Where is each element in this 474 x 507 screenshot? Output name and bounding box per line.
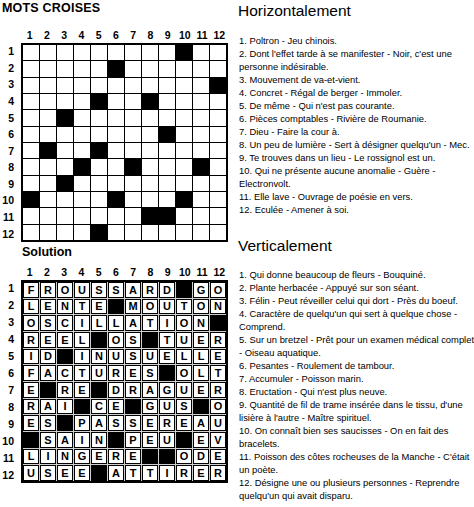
puzzle-cell-r7c12 [210, 143, 226, 158]
solution-cell-r1c3: O [57, 282, 73, 298]
solution-cell-r6c10: O [176, 365, 192, 381]
solution-cell-r8c1: R [23, 399, 39, 415]
solution-cell-r8c4 [74, 399, 90, 415]
down-clue: 5. Sur un bretzel - Prêt pour un examen … [239, 333, 474, 359]
solution-cell-r4c11: E [193, 332, 209, 348]
solution-cell-r12c2: S [40, 465, 56, 481]
down-clue: 9. Quantité de fil de trame insérée dans… [239, 398, 474, 424]
solution-cell-r5c6: U [108, 349, 124, 365]
solution-cell-r8c9: U [159, 399, 175, 415]
solution-cell-r5c7: S [125, 349, 141, 365]
solution-cell-r9c9: R [159, 415, 175, 431]
solution-cell-r11c10: O [176, 449, 192, 465]
solution-cell-r6c11: L [193, 365, 209, 381]
down-heading: Verticalement [238, 237, 332, 255]
puzzle-cell-r12c5 [91, 225, 107, 240]
solution-cell-r1c9: D [159, 282, 175, 298]
solution-cell-r4c4: L [74, 332, 90, 348]
solution-cell-r4c2: E [40, 332, 56, 348]
down-clue: 10. On connaît bien ses saucisses - On e… [239, 424, 474, 450]
puzzle-cell-r8c12 [210, 159, 226, 174]
solution-cell-r8c3: I [57, 399, 73, 415]
puzzle-cell-r11c6 [108, 208, 124, 223]
puzzle-cell-r6c10 [176, 127, 192, 142]
solution-cell-r11c2: I [40, 449, 56, 465]
solution-cell-r5c9: E [159, 349, 175, 365]
puzzle-cell-r10c7 [125, 192, 141, 207]
puzzle-cell-r10c1 [23, 192, 39, 207]
solution-cell-r4c5 [91, 332, 107, 348]
solution-cell-r4c3: E [57, 332, 73, 348]
solution-row-label: 10 [1, 432, 16, 449]
puzzle-col-label: 3 [56, 29, 73, 42]
solution-cell-r12c7: T [125, 465, 141, 481]
puzzle-cell-r8c1 [23, 159, 39, 174]
puzzle-cell-r3c9 [159, 78, 175, 93]
puzzle-cell-r8c2 [40, 159, 56, 174]
puzzle-cell-r5c12 [210, 110, 226, 125]
puzzle-col-label: 8 [142, 29, 159, 42]
solution-cell-r11c6: R [108, 449, 124, 465]
solution-cell-r1c10 [176, 282, 192, 298]
puzzle-cell-r5c10 [176, 110, 192, 125]
solution-cell-r10c11: E [193, 432, 209, 448]
puzzle-cell-r10c9 [159, 192, 175, 207]
solution-cell-r12c3: E [57, 465, 73, 481]
puzzle-cell-r5c7 [125, 110, 141, 125]
puzzle-cell-r4c8 [142, 94, 158, 109]
puzzle-cell-r7c10 [176, 143, 192, 158]
solution-col-label: 3 [56, 266, 73, 279]
puzzle-row-label: 11 [1, 209, 16, 226]
solution-cell-r7c4: E [74, 382, 90, 398]
down-clue: 4. Caractère de quelqu'un qui sert à que… [239, 307, 474, 333]
solution-cell-r4c1: R [23, 332, 39, 348]
solution-cell-r10c7: P [125, 432, 141, 448]
puzzle-cell-r10c12 [210, 192, 226, 207]
solution-cell-r10c8: E [142, 432, 158, 448]
solution-board: FROUSSARDGOLENTEMOUTONOSCILLATIONREELOST… [21, 280, 228, 483]
puzzle-cell-r2c6 [108, 61, 124, 76]
puzzle-cell-r2c11 [193, 61, 209, 76]
solution-cell-r5c10: L [176, 349, 192, 365]
solution-col-label: 12 [211, 266, 228, 279]
across-clue: 10. Qui ne présente aucune anomalie - Gu… [239, 164, 474, 190]
puzzle-cell-r5c1 [23, 110, 39, 125]
solution-cell-r12c4: E [74, 465, 90, 481]
puzzle-cell-r8c6 [108, 159, 124, 174]
solution-cell-r11c3: N [57, 449, 73, 465]
solution-cell-r3c3: C [57, 315, 73, 331]
solution-cell-r9c1: E [23, 415, 39, 431]
puzzle-cell-r6c11 [193, 127, 209, 142]
solution-cell-r12c10: R [176, 465, 192, 481]
puzzle-row-label: 4 [1, 93, 16, 110]
puzzle-cell-r9c12 [210, 176, 226, 191]
puzzle-cell-r2c3 [57, 61, 73, 76]
puzzle-cell-r6c4 [74, 127, 90, 142]
puzzle-cell-r9c6 [108, 176, 124, 191]
solution-cell-r6c3: C [57, 365, 73, 381]
puzzle-cell-r5c4 [74, 110, 90, 125]
solution-label: Solution [22, 245, 72, 259]
solution-cell-r3c4: I [74, 315, 90, 331]
puzzle-row-label: 7 [1, 142, 16, 159]
puzzle-cell-r10c5 [91, 192, 107, 207]
puzzle-cell-r1c3 [57, 45, 73, 60]
puzzle-cell-r9c8 [142, 176, 158, 191]
puzzle-cell-r12c8 [142, 225, 158, 240]
puzzle-cell-r11c2 [40, 208, 56, 223]
solution-col-label: 9 [159, 266, 176, 279]
puzzle-cell-r3c11 [193, 78, 209, 93]
solution-cell-r10c9: U [159, 432, 175, 448]
across-clue: 5. De même - Qui n'est pas courante. [239, 99, 474, 112]
puzzle-cell-r11c11 [193, 208, 209, 223]
solution-cell-r10c6 [108, 432, 124, 448]
puzzle-cell-r7c3 [57, 143, 73, 158]
solution-cell-r9c12: U [210, 415, 226, 431]
puzzle-cell-r7c5 [91, 143, 107, 158]
solution-cell-r7c11: E [193, 382, 209, 398]
puzzle-cell-r11c7 [125, 208, 141, 223]
puzzle-cell-r6c12 [210, 127, 226, 142]
across-clue: 6. Pièces comptables - Rivière de Rouman… [239, 112, 474, 125]
solution-cell-r11c9 [159, 449, 175, 465]
solution-col-label: 7 [125, 266, 142, 279]
puzzle-cell-r3c3 [57, 78, 73, 93]
solution-row-label: 4 [1, 331, 16, 348]
solution-cell-r2c7: M [125, 299, 141, 315]
puzzle-cell-r3c4 [74, 78, 90, 93]
puzzle-cell-r10c10 [176, 192, 192, 207]
solution-cell-r2c3: N [57, 299, 73, 315]
puzzle-cell-r3c7 [125, 78, 141, 93]
down-clue: 2. Plante herbacée - Appuyé sur son séan… [239, 281, 474, 294]
puzzle-cell-r9c2 [40, 176, 56, 191]
puzzle-cell-r6c5 [91, 127, 107, 142]
puzzle-cell-r4c9 [159, 94, 175, 109]
across-clue: 7. Dieu - Faire la cour à. [239, 125, 474, 138]
solution-cell-r6c2: A [40, 365, 56, 381]
solution-cell-r8c8: G [142, 399, 158, 415]
solution-cell-r12c1: U [23, 465, 39, 481]
solution-cell-r10c3: A [57, 432, 73, 448]
puzzle-col-label: 2 [38, 29, 55, 42]
solution-cell-r1c12: O [210, 282, 226, 298]
solution-cell-r1c6: S [108, 282, 124, 298]
puzzle-cell-r12c7 [125, 225, 141, 240]
puzzle-cell-r9c11 [193, 176, 209, 191]
solution-cell-r8c5: C [91, 399, 107, 415]
puzzle-cell-r11c3 [57, 208, 73, 223]
puzzle-cell-r8c7 [125, 159, 141, 174]
solution-cell-r8c2: A [40, 399, 56, 415]
solution-cell-r4c6: O [108, 332, 124, 348]
puzzle-cell-r6c1 [23, 127, 39, 142]
puzzle-cell-r12c12 [210, 225, 226, 240]
solution-cell-r10c10 [176, 432, 192, 448]
puzzle-cell-r9c10 [176, 176, 192, 191]
solution-cell-r7c5 [91, 382, 107, 398]
puzzle-cell-r8c11 [193, 159, 209, 174]
solution-cell-r7c12: R [210, 382, 226, 398]
puzzle-cell-r9c3 [57, 176, 73, 191]
solution-col-label: 2 [38, 266, 55, 279]
solution-cell-r8c6: E [108, 399, 124, 415]
solution-cell-r6c9 [159, 365, 175, 381]
solution-cell-r9c3 [57, 415, 73, 431]
solution-col-label: 4 [73, 266, 90, 279]
solution-row-label: 11 [1, 449, 16, 466]
puzzle-col-label: 1 [21, 29, 38, 42]
puzzle-col-label: 7 [125, 29, 142, 42]
puzzle-cell-r4c1 [23, 94, 39, 109]
solution-cell-r3c1: O [23, 315, 39, 331]
puzzle-cell-r6c7 [125, 127, 141, 142]
across-clue: 1. Poltron - Jeu chinois. [239, 34, 474, 47]
solution-cell-r3c2: S [40, 315, 56, 331]
puzzle-cell-r3c12 [210, 78, 226, 93]
solution-cell-r4c8 [142, 332, 158, 348]
across-clue: 9. Te trouves dans un lieu - Le rossigno… [239, 151, 474, 164]
solution-cell-r11c4: G [74, 449, 90, 465]
solution-col-label: 11 [194, 266, 211, 279]
down-clue: 3. Félin - Peut réveiller celui qui dort… [239, 294, 474, 307]
puzzle-cell-r6c6 [108, 127, 124, 142]
solution-row-label: 7 [1, 382, 16, 399]
solution-col-label: 5 [90, 266, 107, 279]
puzzle-cell-r4c12 [210, 94, 226, 109]
solution-cell-r12c6: A [108, 465, 124, 481]
puzzle-cell-r7c6 [108, 143, 124, 158]
solution-row-labels: 123456789101112 [1, 280, 16, 483]
puzzle-cell-r6c2 [40, 127, 56, 142]
solution-cell-r5c4: I [74, 349, 90, 365]
solution-cell-r11c7: E [125, 449, 141, 465]
puzzle-cell-r12c4 [74, 225, 90, 240]
puzzle-cell-r6c9 [159, 127, 175, 142]
puzzle-row-label: 1 [1, 43, 16, 60]
solution-cell-r8c11 [193, 399, 209, 415]
puzzle-row-label: 3 [1, 76, 16, 93]
puzzle-cell-r1c5 [91, 45, 107, 60]
solution-cell-r4c12: R [210, 332, 226, 348]
puzzle-cell-r11c4 [74, 208, 90, 223]
solution-col-label: 6 [107, 266, 124, 279]
page-title: MOTS CROISES [2, 1, 100, 15]
solution-cell-r10c2: S [40, 432, 56, 448]
puzzle-cell-r11c12 [210, 208, 226, 223]
solution-cell-r3c7: A [125, 315, 141, 331]
down-clue: 12. Désigne une ou plusieurs personnes -… [239, 476, 474, 502]
across-clue: 3. Mouvement de va-et-vient. [239, 73, 474, 86]
solution-cell-r11c5: E [91, 449, 107, 465]
puzzle-cell-r1c10 [176, 45, 192, 60]
puzzle-cell-r11c9 [159, 208, 175, 223]
puzzle-cell-r8c10 [176, 159, 192, 174]
solution-cell-r6c6: R [108, 365, 124, 381]
solution-cell-r12c5 [91, 465, 107, 481]
puzzle-cell-r9c1 [23, 176, 39, 191]
puzzle-cell-r1c7 [125, 45, 141, 60]
puzzle-cell-r6c8 [142, 127, 158, 142]
solution-cell-r3c10: O [176, 315, 192, 331]
solution-cell-r3c9: I [159, 315, 175, 331]
solution-cell-r7c10: U [176, 382, 192, 398]
puzzle-cell-r10c4 [74, 192, 90, 207]
solution-row-label: 5 [1, 348, 16, 365]
solution-cell-r2c8: O [142, 299, 158, 315]
solution-cell-r5c5: N [91, 349, 107, 365]
solution-cell-r2c4: T [74, 299, 90, 315]
puzzle-cell-r2c10 [176, 61, 192, 76]
puzzle-cell-r5c6 [108, 110, 124, 125]
puzzle-col-label: 4 [73, 29, 90, 42]
puzzle-col-label: 12 [211, 29, 228, 42]
solution-cell-r2c11: O [193, 299, 209, 315]
puzzle-cell-r10c11 [193, 192, 209, 207]
solution-cell-r7c8: A [142, 382, 158, 398]
solution-cell-r12c9: I [159, 465, 175, 481]
solution-col-label: 10 [176, 266, 193, 279]
solution-cell-r1c11: G [193, 282, 209, 298]
puzzle-cell-r7c8 [142, 143, 158, 158]
solution-cell-r12c11: E [193, 465, 209, 481]
puzzle-row-label: 12 [1, 225, 16, 242]
puzzle-cell-r2c1 [23, 61, 39, 76]
down-clue: 11. Poisson des côtes rocheuses de la Ma… [239, 450, 474, 476]
solution-col-labels: 123456789101112 [21, 266, 228, 279]
puzzle-cell-r10c6 [108, 192, 124, 207]
solution-cell-r11c11: D [193, 449, 209, 465]
solution-row-label: 1 [1, 280, 16, 297]
puzzle-cell-r2c2 [40, 61, 56, 76]
puzzle-cell-r11c8 [142, 208, 158, 223]
solution-cell-r1c5: S [91, 282, 107, 298]
solution-cell-r6c1: F [23, 365, 39, 381]
puzzle-board [21, 43, 228, 242]
puzzle-cell-r12c10 [176, 225, 192, 240]
puzzle-cell-r4c11 [193, 94, 209, 109]
puzzle-cell-r9c7 [125, 176, 141, 191]
puzzle-row-label: 10 [1, 192, 16, 209]
solution-cell-r9c7: S [125, 415, 141, 431]
solution-cell-r11c12: E [210, 449, 226, 465]
puzzle-col-labels: 123456789101112 [21, 29, 228, 42]
puzzle-cell-r10c2 [40, 192, 56, 207]
across-clue: 2. Dont l'effet tarde à se manifester - … [239, 47, 474, 73]
puzzle-cell-r2c4 [74, 61, 90, 76]
puzzle-cell-r2c5 [91, 61, 107, 76]
puzzle-cell-r4c3 [57, 94, 73, 109]
puzzle-cell-r12c6 [108, 225, 124, 240]
puzzle-cell-r3c8 [142, 78, 158, 93]
puzzle-cell-r5c3 [57, 110, 73, 125]
puzzle-cell-r10c3 [57, 192, 73, 207]
puzzle-cell-r8c3 [57, 159, 73, 174]
solution-cell-r8c7 [125, 399, 141, 415]
puzzle-cell-r12c9 [159, 225, 175, 240]
puzzle-cell-r12c11 [193, 225, 209, 240]
solution-col-label: 1 [21, 266, 38, 279]
puzzle-cell-r9c4 [74, 176, 90, 191]
solution-cell-r4c7: S [125, 332, 141, 348]
solution-cell-r9c11: A [193, 415, 209, 431]
solution-cell-r7c3: R [57, 382, 73, 398]
solution-cell-r4c9: T [159, 332, 175, 348]
puzzle-cell-r1c11 [193, 45, 209, 60]
puzzle-cell-r1c8 [142, 45, 158, 60]
across-clue: 11. Elle lave - Ouvrage de poésie en ver… [239, 190, 474, 203]
solution-cell-r9c8: E [142, 415, 158, 431]
solution-cell-r3c8: T [142, 315, 158, 331]
solution-col-label: 8 [142, 266, 159, 279]
puzzle-cell-r3c5 [91, 78, 107, 93]
puzzle-cell-r5c8 [142, 110, 158, 125]
puzzle-cell-r3c2 [40, 78, 56, 93]
puzzle-cell-r8c5 [91, 159, 107, 174]
solution-cell-r5c12: E [210, 349, 226, 365]
puzzle-cell-r1c9 [159, 45, 175, 60]
puzzle-cell-r4c5 [91, 94, 107, 109]
solution-cell-r9c5: A [91, 415, 107, 431]
puzzle-cell-r2c12 [210, 61, 226, 76]
puzzle-row-label: 5 [1, 109, 16, 126]
puzzle-cell-r5c5 [91, 110, 107, 125]
puzzle-col-label: 11 [194, 29, 211, 42]
puzzle-cell-r5c11 [193, 110, 209, 125]
solution-cell-r5c3 [57, 349, 73, 365]
across-clue: 12. Eculée - Amener à soi. [239, 203, 474, 216]
solution-cell-r7c9: G [159, 382, 175, 398]
solution-cell-r9c6: S [108, 415, 124, 431]
solution-cell-r5c1: I [23, 349, 39, 365]
solution-cell-r12c8: T [142, 465, 158, 481]
solution-cell-r5c2: D [40, 349, 56, 365]
solution-row-label: 6 [1, 365, 16, 382]
solution-cell-r1c8: R [142, 282, 158, 298]
solution-cell-r3c5: L [91, 315, 107, 331]
puzzle-cell-r1c12 [210, 45, 226, 60]
puzzle-cell-r7c4 [74, 143, 90, 158]
puzzle-cell-r3c10 [176, 78, 192, 93]
solution-cell-r2c5: E [91, 299, 107, 315]
puzzle-col-label: 6 [107, 29, 124, 42]
solution-cell-r10c1 [23, 432, 39, 448]
puzzle-cell-r4c10 [176, 94, 192, 109]
solution-cell-r7c6: D [108, 382, 124, 398]
puzzle-cell-r7c1 [23, 143, 39, 158]
puzzle-cell-r2c9 [159, 61, 175, 76]
solution-cell-r9c4: P [74, 415, 90, 431]
puzzle-cell-r4c4 [74, 94, 90, 109]
solution-cell-r3c6: L [108, 315, 124, 331]
solution-cell-r9c10: E [176, 415, 192, 431]
solution-cell-r6c8: S [142, 365, 158, 381]
puzzle-cell-r8c8 [142, 159, 158, 174]
solution-cell-r4c10: U [176, 332, 192, 348]
puzzle-col-label: 9 [159, 29, 176, 42]
puzzle-cell-r5c9 [159, 110, 175, 125]
puzzle-cell-r7c2 [40, 143, 56, 158]
solution-cell-r12c12: R [210, 465, 226, 481]
solution-cell-r3c12 [210, 315, 226, 331]
down-clue: 7. Accumuler - Poisson marin. [239, 372, 474, 385]
puzzle-cell-r7c9 [159, 143, 175, 158]
puzzle-cell-r11c10 [176, 208, 192, 223]
across-clue: 8. Un peu de lumière - Sert à désigner q… [239, 138, 474, 151]
